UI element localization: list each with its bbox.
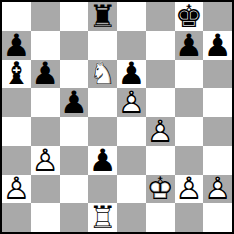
black-pawn-icon: ♟ (203, 31, 232, 60)
square-c2[interactable] (60, 175, 89, 204)
square-e7[interactable] (117, 31, 146, 60)
square-c5[interactable]: ♟ (60, 88, 89, 117)
black-pawn-icon: ♟ (31, 60, 60, 89)
square-b3[interactable]: ♟♙ (31, 146, 60, 175)
white-knight-icon: ♞♘ (88, 60, 117, 89)
square-b5[interactable] (31, 88, 60, 117)
square-d2[interactable] (88, 175, 117, 204)
square-h8[interactable] (203, 2, 232, 31)
square-f6[interactable] (146, 60, 175, 89)
square-e2[interactable] (117, 175, 146, 204)
square-h5[interactable] (203, 88, 232, 117)
square-d8[interactable]: ♜ (88, 2, 117, 31)
white-pawn-icon: ♟♙ (146, 117, 175, 146)
square-h6[interactable] (203, 60, 232, 89)
square-a4[interactable] (2, 117, 31, 146)
square-d7[interactable] (88, 31, 117, 60)
square-g1[interactable] (175, 203, 204, 232)
square-b6[interactable]: ♟ (31, 60, 60, 89)
black-rook-icon: ♜ (88, 2, 117, 31)
square-b8[interactable] (31, 2, 60, 31)
black-pawn-icon: ♟ (60, 88, 89, 117)
square-f8[interactable] (146, 2, 175, 31)
white-king-icon: ♚♔ (146, 175, 175, 204)
white-pawn-icon: ♟♙ (117, 88, 146, 117)
square-h7[interactable]: ♟ (203, 31, 232, 60)
square-g4[interactable] (175, 117, 204, 146)
square-d5[interactable] (88, 88, 117, 117)
square-b4[interactable] (31, 117, 60, 146)
square-c1[interactable] (60, 203, 89, 232)
square-f4[interactable]: ♟♙ (146, 117, 175, 146)
black-pawn-icon: ♟ (117, 60, 146, 89)
square-e8[interactable] (117, 2, 146, 31)
square-h1[interactable] (203, 203, 232, 232)
chess-board: ♜♚♟♟♟♝♟♞♘♟♟♟♙♟♙♟♙♟♟♙♚♔♟♙♟♙♜♖ (0, 0, 234, 234)
black-bishop-icon: ♝ (2, 60, 31, 89)
square-g7[interactable]: ♟ (175, 31, 204, 60)
square-b7[interactable] (31, 31, 60, 60)
square-d6[interactable]: ♞♘ (88, 60, 117, 89)
square-f3[interactable] (146, 146, 175, 175)
square-c6[interactable] (60, 60, 89, 89)
square-a7[interactable]: ♟ (2, 31, 31, 60)
square-e5[interactable]: ♟♙ (117, 88, 146, 117)
white-pawn-icon: ♟♙ (2, 175, 31, 204)
square-h4[interactable] (203, 117, 232, 146)
black-pawn-icon: ♟ (88, 146, 117, 175)
white-pawn-icon: ♟♙ (175, 175, 204, 204)
square-f7[interactable] (146, 31, 175, 60)
square-a1[interactable] (2, 203, 31, 232)
square-f2[interactable]: ♚♔ (146, 175, 175, 204)
square-g3[interactable] (175, 146, 204, 175)
square-g5[interactable] (175, 88, 204, 117)
black-king-icon: ♚ (175, 2, 204, 31)
black-pawn-icon: ♟ (2, 31, 31, 60)
square-a5[interactable] (2, 88, 31, 117)
square-a2[interactable]: ♟♙ (2, 175, 31, 204)
square-c4[interactable] (60, 117, 89, 146)
square-d1[interactable]: ♜♖ (88, 203, 117, 232)
square-c3[interactable] (60, 146, 89, 175)
square-a8[interactable] (2, 2, 31, 31)
square-a3[interactable] (2, 146, 31, 175)
square-c8[interactable] (60, 2, 89, 31)
square-b2[interactable] (31, 175, 60, 204)
white-rook-icon: ♜♖ (88, 203, 117, 232)
square-e4[interactable] (117, 117, 146, 146)
white-pawn-icon: ♟♙ (31, 146, 60, 175)
square-d3[interactable]: ♟ (88, 146, 117, 175)
square-f5[interactable] (146, 88, 175, 117)
square-g8[interactable]: ♚ (175, 2, 204, 31)
square-c7[interactable] (60, 31, 89, 60)
square-g2[interactable]: ♟♙ (175, 175, 204, 204)
square-f1[interactable] (146, 203, 175, 232)
square-d4[interactable] (88, 117, 117, 146)
white-pawn-icon: ♟♙ (203, 175, 232, 204)
square-h3[interactable] (203, 146, 232, 175)
black-pawn-icon: ♟ (175, 31, 204, 60)
square-a6[interactable]: ♝ (2, 60, 31, 89)
square-e6[interactable]: ♟ (117, 60, 146, 89)
square-e3[interactable] (117, 146, 146, 175)
square-b1[interactable] (31, 203, 60, 232)
square-h2[interactable]: ♟♙ (203, 175, 232, 204)
square-e1[interactable] (117, 203, 146, 232)
square-g6[interactable] (175, 60, 204, 89)
